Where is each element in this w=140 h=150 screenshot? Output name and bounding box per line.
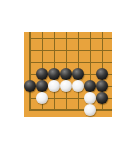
black-stone-c7-r6 <box>96 92 108 104</box>
black-stone-c2-r5 <box>36 80 48 92</box>
white-stone-c2-r6 <box>36 92 48 104</box>
white-stone-c6-r6 <box>84 92 96 104</box>
black-stone-c7-r4 <box>96 68 108 80</box>
black-stone-c3-r4 <box>48 68 60 80</box>
black-stone-c6-r5 <box>84 80 96 92</box>
black-stone-c5-r4 <box>72 68 84 80</box>
black-stone-c4-r4 <box>60 68 72 80</box>
board-left-edge-line <box>29 32 31 111</box>
white-stone-c4-r5 <box>60 80 72 92</box>
page-background <box>0 0 140 150</box>
white-stone-c6-r7 <box>84 104 96 116</box>
go-board[interactable] <box>24 32 112 117</box>
black-stone-c7-r5 <box>96 80 108 92</box>
black-stone-c2-r4 <box>36 68 48 80</box>
white-stone-c5-r5 <box>72 80 84 92</box>
white-stone-c3-r5 <box>48 80 60 92</box>
black-stone-c1-r5 <box>24 80 36 92</box>
